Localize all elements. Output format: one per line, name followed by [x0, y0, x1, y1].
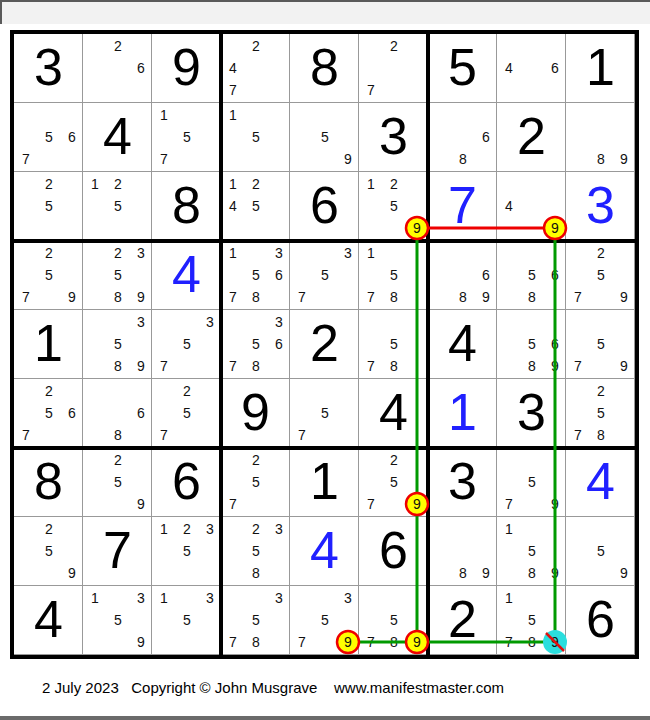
candidate-7: 7 — [568, 426, 588, 444]
candidate-7: 7 — [292, 288, 312, 306]
box-border-horizontal-1 — [14, 239, 635, 243]
candidate-9: 9 — [62, 564, 82, 582]
cell-r4c8[interactable]: 568 — [497, 241, 566, 310]
candidate-5: 5 — [177, 335, 197, 353]
cell-r8c8[interactable]: 1589 — [497, 517, 566, 586]
candidate-5: 5 — [591, 542, 611, 560]
cell-r3c7[interactable]: 7 — [428, 172, 497, 241]
candidate-5: 5 — [522, 611, 542, 629]
candidate-5: 5 — [384, 266, 404, 284]
candidate-6: 6 — [131, 59, 151, 77]
given-digit: 3 — [14, 34, 83, 103]
cell-r5c1[interactable]: 1 — [14, 310, 83, 379]
candidate-1: 1 — [361, 244, 381, 262]
cell-r2c3[interactable]: 157 — [152, 103, 221, 172]
candidate-2: 2 — [39, 520, 59, 538]
candidate-5: 5 — [384, 611, 404, 629]
cell-r8c1[interactable]: 259 — [14, 517, 83, 586]
cell-r1c6[interactable]: 27 — [359, 34, 428, 103]
candidate-5: 5 — [39, 266, 59, 284]
cell-r4c3[interactable]: 4 — [152, 241, 221, 310]
cell-r2c8[interactable]: 2 — [497, 103, 566, 172]
candidate-9: 9 — [614, 357, 634, 375]
cell-r7c9[interactable]: 4 — [566, 448, 635, 517]
candidate-7: 7 — [292, 633, 312, 651]
cell-r6c2[interactable]: 68 — [83, 379, 152, 448]
cell-r8c2[interactable]: 7 — [83, 517, 152, 586]
cell-r4c6[interactable]: 1578 — [359, 241, 428, 310]
candidate-5: 5 — [246, 542, 266, 560]
cell-r1c3[interactable]: 9 — [152, 34, 221, 103]
cell-r1c5[interactable]: 8 — [290, 34, 359, 103]
candidate-5: 5 — [39, 404, 59, 422]
candidate-1: 1 — [154, 589, 174, 607]
candidate-2: 2 — [108, 451, 128, 469]
cell-r5c7[interactable]: 4 — [428, 310, 497, 379]
cell-r9c9[interactable]: 6 — [566, 586, 635, 655]
candidate-8: 8 — [522, 564, 542, 582]
candidate-5: 5 — [591, 404, 611, 422]
cell-r4c2[interactable]: 23589 — [83, 241, 152, 310]
candidate-5: 5 — [591, 266, 611, 284]
candidate-7: 7 — [223, 495, 243, 513]
cell-r3c8[interactable]: 49 — [497, 172, 566, 241]
cell-r5c9[interactable]: 579 — [566, 310, 635, 379]
candidate-5: 5 — [108, 197, 128, 215]
candidate-3: 3 — [338, 244, 358, 262]
candidate-9: 9 — [545, 495, 565, 513]
cell-r2c2[interactable]: 4 — [83, 103, 152, 172]
candidate-1: 1 — [85, 589, 105, 607]
cell-r5c8[interactable]: 5689 — [497, 310, 566, 379]
candidate-9: 9 — [338, 633, 358, 651]
given-digit: 1 — [14, 310, 83, 379]
footer-credit: 2 July 2023 Copyright © John Musgrave ww… — [42, 678, 504, 698]
candidate-5: 5 — [315, 611, 335, 629]
candidate-1: 1 — [154, 106, 174, 124]
candidate-7: 7 — [361, 633, 381, 651]
solved-digit: 4 — [290, 517, 359, 586]
candidate-5: 5 — [522, 542, 542, 560]
candidate-9: 9 — [614, 288, 634, 306]
cell-r8c5[interactable]: 4 — [290, 517, 359, 586]
given-digit: 1 — [290, 448, 359, 517]
candidate-9: 9 — [131, 633, 151, 651]
cell-r8c7[interactable]: 89 — [428, 517, 497, 586]
solved-digit: 3 — [566, 172, 635, 241]
candidate-3: 3 — [269, 313, 289, 331]
candidate-7: 7 — [223, 357, 243, 375]
candidate-7: 7 — [16, 426, 36, 444]
cell-r8c3[interactable]: 1235 — [152, 517, 221, 586]
given-digit: 8 — [290, 34, 359, 103]
candidate-3: 3 — [269, 589, 289, 607]
candidate-5: 5 — [177, 404, 197, 422]
cell-r4c5[interactable]: 357 — [290, 241, 359, 310]
given-digit: 2 — [497, 103, 566, 172]
candidate-6: 6 — [269, 266, 289, 284]
candidate-3: 3 — [338, 589, 358, 607]
cell-r7c8[interactable]: 579 — [497, 448, 566, 517]
candidate-3: 3 — [131, 244, 151, 262]
candidate-5: 5 — [177, 542, 197, 560]
cell-r7c5[interactable]: 1 — [290, 448, 359, 517]
candidate-8: 8 — [384, 357, 404, 375]
box-border-vertical-2 — [426, 34, 430, 655]
candidate-6: 6 — [476, 266, 496, 284]
given-digit: 3 — [428, 448, 497, 517]
candidate-9: 9 — [407, 633, 427, 651]
cell-r5c3[interactable]: 357 — [152, 310, 221, 379]
candidate-1: 1 — [154, 520, 174, 538]
cell-r5c4[interactable]: 35678 — [221, 310, 290, 379]
candidate-5: 5 — [39, 197, 59, 215]
candidate-5: 5 — [246, 473, 266, 491]
given-digit: 6 — [290, 172, 359, 241]
candidate-9: 9 — [476, 288, 496, 306]
candidate-7: 7 — [568, 357, 588, 375]
given-digit: 6 — [152, 448, 221, 517]
candidate-7: 7 — [568, 288, 588, 306]
given-digit: 2 — [290, 310, 359, 379]
cell-r3c9[interactable]: 3 — [566, 172, 635, 241]
candidate-2: 2 — [246, 520, 266, 538]
cell-r1c9[interactable]: 1 — [566, 34, 635, 103]
candidate-4: 4 — [223, 197, 243, 215]
candidate-2: 2 — [384, 451, 404, 469]
cell-r2c6[interactable]: 3 — [359, 103, 428, 172]
candidate-4: 4 — [499, 197, 519, 215]
candidate-2: 2 — [246, 37, 266, 55]
candidate-6: 6 — [545, 335, 565, 353]
cell-r2c1[interactable]: 567 — [14, 103, 83, 172]
candidate-8: 8 — [246, 288, 266, 306]
candidate-6: 6 — [545, 266, 565, 284]
candidate-2: 2 — [591, 244, 611, 262]
cell-r3c3[interactable]: 8 — [152, 172, 221, 241]
candidate-3: 3 — [269, 520, 289, 538]
given-digit: 4 — [14, 586, 83, 655]
candidate-2: 2 — [108, 244, 128, 262]
candidate-4: 4 — [223, 59, 243, 77]
window-chrome-strip — [0, 0, 650, 24]
candidate-7: 7 — [361, 288, 381, 306]
cell-r1c2[interactable]: 26 — [83, 34, 152, 103]
candidate-2: 2 — [591, 382, 611, 400]
candidate-7: 7 — [223, 288, 243, 306]
cell-r3c5[interactable]: 6 — [290, 172, 359, 241]
candidate-7: 7 — [361, 81, 381, 99]
box-border-horizontal-2 — [14, 446, 635, 450]
cell-r2c5[interactable]: 59 — [290, 103, 359, 172]
candidate-6: 6 — [269, 335, 289, 353]
candidate-5: 5 — [315, 128, 335, 146]
candidate-2: 2 — [177, 520, 197, 538]
candidate-7: 7 — [154, 150, 174, 168]
candidate-9: 9 — [338, 150, 358, 168]
sudoku-cells-grid: 3269247827546156741571559368289251258124… — [14, 34, 635, 655]
candidate-3: 3 — [131, 313, 151, 331]
candidate-5: 5 — [591, 335, 611, 353]
cell-r9c8[interactable]: 15789 — [497, 586, 566, 655]
cell-r4c1[interactable]: 2579 — [14, 241, 83, 310]
candidate-5: 5 — [246, 266, 266, 284]
candidate-8: 8 — [246, 564, 266, 582]
given-digit: 5 — [428, 34, 497, 103]
cell-r2c9[interactable]: 89 — [566, 103, 635, 172]
candidate-2: 2 — [384, 175, 404, 193]
candidate-1: 1 — [223, 106, 243, 124]
candidate-8: 8 — [591, 426, 611, 444]
given-digit: 6 — [359, 517, 428, 586]
candidate-2: 2 — [108, 175, 128, 193]
candidate-9: 9 — [131, 495, 151, 513]
cell-r4c7[interactable]: 689 — [428, 241, 497, 310]
given-digit: 8 — [14, 448, 83, 517]
cell-r6c6[interactable]: 4 — [359, 379, 428, 448]
cell-r3c2[interactable]: 125 — [83, 172, 152, 241]
candidate-7: 7 — [361, 357, 381, 375]
given-digit: 3 — [497, 379, 566, 448]
given-digit: 6 — [566, 586, 635, 655]
given-digit: 8 — [152, 172, 221, 241]
cell-r6c7[interactable]: 1 — [428, 379, 497, 448]
cell-r6c4[interactable]: 9 — [221, 379, 290, 448]
candidate-7: 7 — [16, 150, 36, 168]
candidate-1: 1 — [223, 175, 243, 193]
solved-digit: 4 — [566, 448, 635, 517]
candidate-7: 7 — [154, 357, 174, 375]
candidate-2: 2 — [39, 244, 59, 262]
candidate-5: 5 — [246, 128, 266, 146]
candidate-5: 5 — [246, 611, 266, 629]
cell-r6c5[interactable]: 57 — [290, 379, 359, 448]
window-bottom-edge — [0, 716, 650, 720]
given-digit: 2 — [428, 586, 497, 655]
cell-r6c3[interactable]: 257 — [152, 379, 221, 448]
sudoku-board: 3269247827546156741571559368289251258124… — [10, 30, 639, 659]
candidate-8: 8 — [522, 357, 542, 375]
cell-r3c1[interactable]: 25 — [14, 172, 83, 241]
candidate-1: 1 — [499, 589, 519, 607]
solved-digit: 7 — [428, 172, 497, 241]
candidate-8: 8 — [384, 288, 404, 306]
cell-r9c3[interactable]: 135 — [152, 586, 221, 655]
candidate-4: 4 — [499, 59, 519, 77]
solved-digit: 1 — [428, 379, 497, 448]
candidate-7: 7 — [499, 633, 519, 651]
candidate-5: 5 — [177, 128, 197, 146]
box-border-vertical-1 — [219, 34, 223, 655]
candidate-8: 8 — [108, 288, 128, 306]
candidate-5: 5 — [108, 266, 128, 284]
candidate-5: 5 — [315, 266, 335, 284]
candidate-8: 8 — [453, 288, 473, 306]
candidate-7: 7 — [16, 288, 36, 306]
cell-r3c4[interactable]: 1245 — [221, 172, 290, 241]
given-digit: 7 — [83, 517, 152, 586]
candidate-5: 5 — [384, 473, 404, 491]
given-digit: 3 — [359, 103, 428, 172]
candidate-9: 9 — [407, 495, 427, 513]
cell-r7c1[interactable]: 8 — [14, 448, 83, 517]
candidate-3: 3 — [200, 589, 220, 607]
solved-digit: 4 — [152, 241, 221, 310]
candidate-8: 8 — [522, 633, 542, 651]
cell-r7c6[interactable]: 2579 — [359, 448, 428, 517]
candidate-2: 2 — [108, 37, 128, 55]
candidate-5: 5 — [39, 128, 59, 146]
candidate-2: 2 — [39, 382, 59, 400]
cell-r4c4[interactable]: 135678 — [221, 241, 290, 310]
candidate-3: 3 — [200, 313, 220, 331]
candidate-9: 9 — [62, 288, 82, 306]
candidate-9: 9 — [545, 357, 565, 375]
candidate-6: 6 — [62, 128, 82, 146]
candidate-1: 1 — [361, 175, 381, 193]
cell-r7c7[interactable]: 3 — [428, 448, 497, 517]
cell-r9c1[interactable]: 4 — [14, 586, 83, 655]
candidate-5: 5 — [108, 611, 128, 629]
candidate-7: 7 — [499, 495, 519, 513]
cell-r9c2[interactable]: 1359 — [83, 586, 152, 655]
candidate-7: 7 — [361, 495, 381, 513]
cell-r7c3[interactable]: 6 — [152, 448, 221, 517]
candidate-9: 9 — [545, 564, 565, 582]
candidate-9: 9 — [131, 288, 151, 306]
candidate-8: 8 — [108, 357, 128, 375]
candidate-5: 5 — [108, 335, 128, 353]
cell-r6c8[interactable]: 3 — [497, 379, 566, 448]
cell-r5c2[interactable]: 3589 — [83, 310, 152, 379]
given-digit: 1 — [566, 34, 635, 103]
cell-r7c2[interactable]: 259 — [83, 448, 152, 517]
candidate-8: 8 — [522, 288, 542, 306]
candidate-6: 6 — [545, 59, 565, 77]
candidate-2: 2 — [177, 382, 197, 400]
candidate-7: 7 — [292, 426, 312, 444]
candidate-2: 2 — [384, 37, 404, 55]
candidate-6: 6 — [476, 128, 496, 146]
cell-r2c4[interactable]: 15 — [221, 103, 290, 172]
cell-r7c4[interactable]: 257 — [221, 448, 290, 517]
candidate-5: 5 — [315, 404, 335, 422]
cell-r3c6[interactable]: 1259 — [359, 172, 428, 241]
candidate-5: 5 — [108, 473, 128, 491]
given-digit: 4 — [428, 310, 497, 379]
cell-r1c4[interactable]: 247 — [221, 34, 290, 103]
candidate-7: 7 — [223, 81, 243, 99]
candidate-1: 1 — [223, 244, 243, 262]
cell-r8c9[interactable]: 59 — [566, 517, 635, 586]
cell-r9c4[interactable]: 3578 — [221, 586, 290, 655]
candidate-9: 9 — [545, 219, 565, 237]
candidate-1: 1 — [499, 520, 519, 538]
candidate-2: 2 — [39, 175, 59, 193]
candidate-2: 2 — [246, 175, 266, 193]
candidate-3: 3 — [200, 520, 220, 538]
given-digit: 4 — [359, 379, 428, 448]
cell-r8c4[interactable]: 2358 — [221, 517, 290, 586]
candidate-5: 5 — [522, 473, 542, 491]
cell-r1c7[interactable]: 5 — [428, 34, 497, 103]
candidate-9: 9 — [131, 357, 151, 375]
cell-r6c1[interactable]: 2567 — [14, 379, 83, 448]
cell-r1c8[interactable]: 46 — [497, 34, 566, 103]
cell-r2c7[interactable]: 68 — [428, 103, 497, 172]
given-digit: 4 — [83, 103, 152, 172]
candidate-5: 5 — [384, 197, 404, 215]
candidate-8: 8 — [246, 357, 266, 375]
candidate-8: 8 — [108, 426, 128, 444]
candidate-5: 5 — [39, 542, 59, 560]
given-digit: 9 — [152, 34, 221, 103]
candidate-8: 8 — [453, 564, 473, 582]
cell-r9c5[interactable]: 3579 — [290, 586, 359, 655]
candidate-5: 5 — [246, 335, 266, 353]
candidate-3: 3 — [131, 589, 151, 607]
candidate-3: 3 — [269, 244, 289, 262]
candidate-7: 7 — [223, 633, 243, 651]
cell-r8c6[interactable]: 6 — [359, 517, 428, 586]
candidate-6: 6 — [131, 404, 151, 422]
candidate-1: 1 — [85, 175, 105, 193]
candidate-8: 8 — [591, 150, 611, 168]
cell-r6c9[interactable]: 2578 — [566, 379, 635, 448]
candidate-5: 5 — [522, 335, 542, 353]
cell-r4c9[interactable]: 2579 — [566, 241, 635, 310]
cell-r9c6[interactable]: 5789 — [359, 586, 428, 655]
candidate-5: 5 — [522, 266, 542, 284]
cell-r1c1[interactable]: 3 — [14, 34, 83, 103]
cell-r5c5[interactable]: 2 — [290, 310, 359, 379]
candidate-8: 8 — [384, 633, 404, 651]
candidate-9: 9 — [614, 150, 634, 168]
candidate-6: 6 — [62, 404, 82, 422]
candidate-5: 5 — [246, 197, 266, 215]
cell-r9c7[interactable]: 2 — [428, 586, 497, 655]
given-digit: 9 — [221, 379, 290, 448]
candidate-9: 9 — [407, 219, 427, 237]
candidate-9: 9 — [614, 564, 634, 582]
candidate-9: 9 — [476, 564, 496, 582]
candidate-5: 5 — [384, 335, 404, 353]
candidate-8: 8 — [453, 150, 473, 168]
candidate-8: 8 — [246, 633, 266, 651]
candidate-5: 5 — [177, 611, 197, 629]
candidate-9: 9 — [545, 633, 565, 651]
cell-r5c6[interactable]: 578 — [359, 310, 428, 379]
candidate-7: 7 — [154, 426, 174, 444]
candidate-2: 2 — [246, 451, 266, 469]
